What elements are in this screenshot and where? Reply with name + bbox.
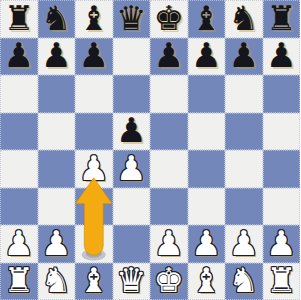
square-e2[interactable]: ♟ <box>150 225 188 263</box>
piece-white-pawn: ♟ <box>4 226 34 260</box>
square-a7[interactable]: ♟ <box>0 38 38 76</box>
piece-black-pawn: ♟ <box>266 38 296 72</box>
square-d2[interactable] <box>113 225 151 263</box>
piece-black-pawn: ♟ <box>4 38 34 72</box>
square-d7[interactable] <box>113 38 151 76</box>
piece-black-pawn: ♟ <box>116 113 146 147</box>
piece-white-knight: ♞ <box>229 263 259 297</box>
square-d3[interactable] <box>113 188 151 226</box>
square-h5[interactable] <box>263 113 301 151</box>
square-g6[interactable] <box>225 75 263 113</box>
piece-black-pawn: ♟ <box>229 38 259 72</box>
square-b6[interactable] <box>38 75 76 113</box>
square-e8[interactable]: ♚ <box>150 0 188 38</box>
square-c1[interactable]: ♝ <box>75 263 113 300</box>
piece-white-pawn: ♟ <box>79 151 109 185</box>
chess-board: ♜♞♝♛♚♝♞♜♟♟♟♟♟♟♟♟♟♟♟♟♟♟♟♟♜♞♝♛♚♝♞♜ <box>0 0 300 300</box>
square-g7[interactable]: ♟ <box>225 38 263 76</box>
square-c2[interactable] <box>75 225 113 263</box>
piece-black-king: ♚ <box>154 1 184 35</box>
square-h8[interactable]: ♜ <box>263 0 301 38</box>
square-a8[interactable]: ♜ <box>0 0 38 38</box>
square-c6[interactable] <box>75 75 113 113</box>
square-d6[interactable] <box>113 75 151 113</box>
square-b5[interactable] <box>38 113 76 151</box>
chess-app: ♜♞♝♛♚♝♞♜♟♟♟♟♟♟♟♟♟♟♟♟♟♟♟♟♜♞♝♛♚♝♞♜ <box>0 0 300 300</box>
square-h3[interactable] <box>263 188 301 226</box>
square-a6[interactable] <box>0 75 38 113</box>
square-e1[interactable]: ♚ <box>150 263 188 300</box>
square-a4[interactable] <box>0 150 38 188</box>
piece-white-pawn: ♟ <box>116 151 146 185</box>
piece-white-rook: ♜ <box>266 263 296 297</box>
square-g3[interactable] <box>225 188 263 226</box>
square-d4[interactable]: ♟ <box>113 150 151 188</box>
square-b2[interactable]: ♟ <box>38 225 76 263</box>
square-c4[interactable]: ♟ <box>75 150 113 188</box>
piece-white-bishop: ♝ <box>191 263 221 297</box>
square-h4[interactable] <box>263 150 301 188</box>
square-c7[interactable]: ♟ <box>75 38 113 76</box>
square-d1[interactable]: ♛ <box>113 263 151 300</box>
square-h1[interactable]: ♜ <box>263 263 301 300</box>
piece-white-pawn: ♟ <box>229 226 259 260</box>
square-e4[interactable] <box>150 150 188 188</box>
piece-white-pawn: ♟ <box>41 226 71 260</box>
square-c5[interactable] <box>75 113 113 151</box>
piece-black-knight: ♞ <box>229 1 259 35</box>
square-a2[interactable]: ♟ <box>0 225 38 263</box>
square-e7[interactable]: ♟ <box>150 38 188 76</box>
square-f8[interactable]: ♝ <box>188 0 226 38</box>
square-e3[interactable] <box>150 188 188 226</box>
square-b3[interactable] <box>38 188 76 226</box>
square-g4[interactable] <box>225 150 263 188</box>
square-e5[interactable] <box>150 113 188 151</box>
piece-black-pawn: ♟ <box>41 38 71 72</box>
piece-white-pawn: ♟ <box>191 226 221 260</box>
piece-black-queen: ♛ <box>116 1 146 35</box>
piece-black-rook: ♜ <box>4 1 34 35</box>
piece-black-knight: ♞ <box>41 1 71 35</box>
square-f2[interactable]: ♟ <box>188 225 226 263</box>
square-g5[interactable] <box>225 113 263 151</box>
square-g1[interactable]: ♞ <box>225 263 263 300</box>
square-h6[interactable] <box>263 75 301 113</box>
piece-white-rook: ♜ <box>4 263 34 297</box>
square-b1[interactable]: ♞ <box>38 263 76 300</box>
square-h2[interactable]: ♟ <box>263 225 301 263</box>
piece-white-pawn: ♟ <box>266 226 296 260</box>
square-c3[interactable] <box>75 188 113 226</box>
square-f5[interactable] <box>188 113 226 151</box>
piece-white-king: ♚ <box>154 263 184 297</box>
square-b4[interactable] <box>38 150 76 188</box>
square-f7[interactable]: ♟ <box>188 38 226 76</box>
square-d5[interactable]: ♟ <box>113 113 151 151</box>
square-c8[interactable]: ♝ <box>75 0 113 38</box>
square-f6[interactable] <box>188 75 226 113</box>
square-e6[interactable] <box>150 75 188 113</box>
piece-white-knight: ♞ <box>41 263 71 297</box>
piece-black-bishop: ♝ <box>191 1 221 35</box>
square-a5[interactable] <box>0 113 38 151</box>
piece-black-pawn: ♟ <box>154 38 184 72</box>
square-a3[interactable] <box>0 188 38 226</box>
square-f4[interactable] <box>188 150 226 188</box>
square-g8[interactable]: ♞ <box>225 0 263 38</box>
square-d8[interactable]: ♛ <box>113 0 151 38</box>
piece-black-rook: ♜ <box>266 1 296 35</box>
piece-white-bishop: ♝ <box>79 263 109 297</box>
piece-white-pawn: ♟ <box>154 226 184 260</box>
square-b7[interactable]: ♟ <box>38 38 76 76</box>
piece-black-bishop: ♝ <box>79 1 109 35</box>
piece-black-pawn: ♟ <box>79 38 109 72</box>
square-b8[interactable]: ♞ <box>38 0 76 38</box>
piece-white-queen: ♛ <box>116 263 146 297</box>
square-a1[interactable]: ♜ <box>0 263 38 300</box>
square-f1[interactable]: ♝ <box>188 263 226 300</box>
piece-black-pawn: ♟ <box>191 38 221 72</box>
square-h7[interactable]: ♟ <box>263 38 301 76</box>
square-g2[interactable]: ♟ <box>225 225 263 263</box>
square-f3[interactable] <box>188 188 226 226</box>
